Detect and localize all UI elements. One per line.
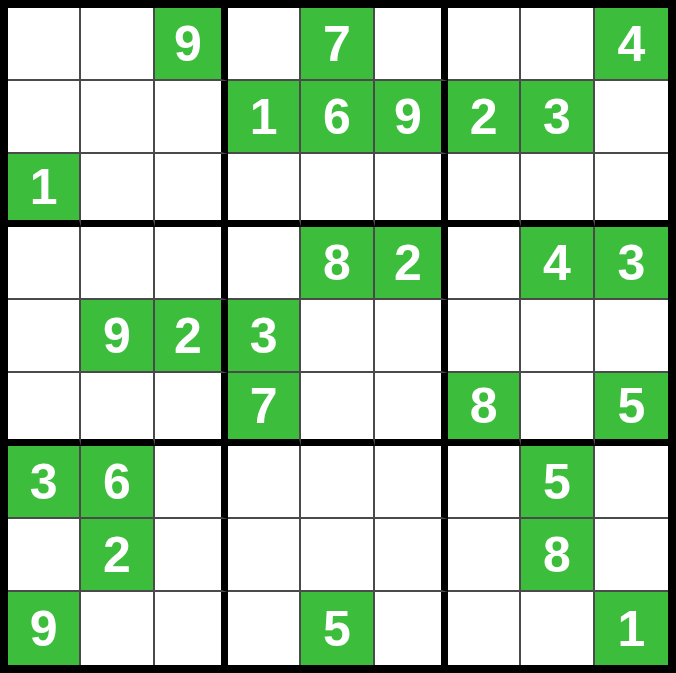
cell-r6c5[interactable]: [301, 373, 374, 446]
cell-r1c8[interactable]: [521, 8, 594, 81]
cell-r8c9[interactable]: [595, 519, 668, 592]
cell-r9c2[interactable]: [81, 592, 154, 665]
cell-r5c4[interactable]: 3: [228, 300, 301, 373]
cell-r8c4[interactable]: [228, 519, 301, 592]
cell-r8c2[interactable]: 2: [81, 519, 154, 592]
cell-r3c8[interactable]: [521, 154, 594, 227]
cell-r3c5[interactable]: [301, 154, 374, 227]
cell-r9c1[interactable]: 9: [8, 592, 81, 665]
cell-r2c9[interactable]: [595, 81, 668, 154]
cell-r2c7[interactable]: 2: [448, 81, 521, 154]
cell-r1c3[interactable]: 9: [155, 8, 228, 81]
cell-r5c1[interactable]: [8, 300, 81, 373]
cell-r6c7[interactable]: 8: [448, 373, 521, 446]
cell-r3c2[interactable]: [81, 154, 154, 227]
cell-r5c6[interactable]: [375, 300, 448, 373]
cell-r4c6[interactable]: 2: [375, 227, 448, 300]
cell-r4c9[interactable]: 3: [595, 227, 668, 300]
cell-r3c7[interactable]: [448, 154, 521, 227]
cell-r5c8[interactable]: [521, 300, 594, 373]
cell-r5c2[interactable]: 9: [81, 300, 154, 373]
cell-r1c4[interactable]: [228, 8, 301, 81]
cell-r9c7[interactable]: [448, 592, 521, 665]
cell-r8c3[interactable]: [155, 519, 228, 592]
cell-r3c1[interactable]: 1: [8, 154, 81, 227]
cell-r9c8[interactable]: [521, 592, 594, 665]
cell-r6c8[interactable]: [521, 373, 594, 446]
cell-r3c3[interactable]: [155, 154, 228, 227]
cell-r6c1[interactable]: [8, 373, 81, 446]
cell-r7c8[interactable]: 5: [521, 446, 594, 519]
cell-r6c4[interactable]: 7: [228, 373, 301, 446]
cell-r3c4[interactable]: [228, 154, 301, 227]
cell-r4c2[interactable]: [81, 227, 154, 300]
cell-r1c7[interactable]: [448, 8, 521, 81]
cell-r1c2[interactable]: [81, 8, 154, 81]
cell-r8c7[interactable]: [448, 519, 521, 592]
cell-r7c7[interactable]: [448, 446, 521, 519]
cell-r4c1[interactable]: [8, 227, 81, 300]
cell-r4c7[interactable]: [448, 227, 521, 300]
cell-r8c5[interactable]: [301, 519, 374, 592]
cell-r8c8[interactable]: 8: [521, 519, 594, 592]
cell-r9c5[interactable]: 5: [301, 592, 374, 665]
cell-r7c4[interactable]: [228, 446, 301, 519]
cell-r6c6[interactable]: [375, 373, 448, 446]
cell-r2c4[interactable]: 1: [228, 81, 301, 154]
cell-r2c3[interactable]: [155, 81, 228, 154]
cell-r6c2[interactable]: [81, 373, 154, 446]
cell-r1c1[interactable]: [8, 8, 81, 81]
cell-r8c1[interactable]: [8, 519, 81, 592]
cell-r5c5[interactable]: [301, 300, 374, 373]
cell-r7c2[interactable]: 6: [81, 446, 154, 519]
cell-r1c6[interactable]: [375, 8, 448, 81]
cell-r1c9[interactable]: 4: [595, 8, 668, 81]
cell-r5c3[interactable]: 2: [155, 300, 228, 373]
cell-r2c5[interactable]: 6: [301, 81, 374, 154]
cell-r1c5[interactable]: 7: [301, 8, 374, 81]
cell-r2c8[interactable]: 3: [521, 81, 594, 154]
cell-r4c3[interactable]: [155, 227, 228, 300]
cell-r9c9[interactable]: 1: [595, 592, 668, 665]
cell-r8c6[interactable]: [375, 519, 448, 592]
cell-r7c3[interactable]: [155, 446, 228, 519]
cell-r6c3[interactable]: [155, 373, 228, 446]
cell-r2c6[interactable]: 9: [375, 81, 448, 154]
cell-r4c4[interactable]: [228, 227, 301, 300]
sudoku-board-frame: 974169231824392378536528951: [0, 0, 676, 673]
cell-r2c1[interactable]: [8, 81, 81, 154]
cell-r7c9[interactable]: [595, 446, 668, 519]
cell-r4c8[interactable]: 4: [521, 227, 594, 300]
cell-r4c5[interactable]: 8: [301, 227, 374, 300]
cell-r2c2[interactable]: [81, 81, 154, 154]
cell-r9c4[interactable]: [228, 592, 301, 665]
cell-r7c6[interactable]: [375, 446, 448, 519]
cell-r5c7[interactable]: [448, 300, 521, 373]
sudoku-board: 974169231824392378536528951: [8, 8, 668, 665]
cell-r6c9[interactable]: 5: [595, 373, 668, 446]
cell-r5c9[interactable]: [595, 300, 668, 373]
cell-r7c5[interactable]: [301, 446, 374, 519]
cell-r3c6[interactable]: [375, 154, 448, 227]
cell-r9c3[interactable]: [155, 592, 228, 665]
cell-r3c9[interactable]: [595, 154, 668, 227]
cell-r7c1[interactable]: 3: [8, 446, 81, 519]
cell-r9c6[interactable]: [375, 592, 448, 665]
